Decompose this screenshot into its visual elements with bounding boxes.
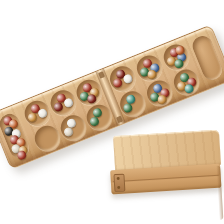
stone-white[interactable] xyxy=(37,107,49,119)
fold-seam xyxy=(113,175,219,182)
stone-white[interactable] xyxy=(63,97,75,109)
pit-near-1[interactable] xyxy=(31,122,64,155)
hinge-pin-icon xyxy=(116,116,123,123)
stone-green[interactable] xyxy=(122,102,134,114)
pit-near-5[interactable] xyxy=(143,77,176,110)
folded-mancala-board xyxy=(108,130,224,203)
latch-hinge-icon xyxy=(113,174,125,193)
hinge-pin-icon xyxy=(98,71,105,78)
pit-near-6[interactable] xyxy=(170,66,203,99)
stone-green[interactable] xyxy=(89,116,101,128)
stone-darkred[interactable] xyxy=(53,101,65,113)
stone-amber[interactable] xyxy=(27,112,39,124)
product-photo-scene xyxy=(0,0,224,224)
stone-red[interactable] xyxy=(112,77,124,89)
stone-clear[interactable] xyxy=(63,126,75,138)
board-edge-shading xyxy=(216,166,223,220)
pit-near-2[interactable] xyxy=(57,112,90,145)
stone-white[interactable] xyxy=(122,73,134,85)
